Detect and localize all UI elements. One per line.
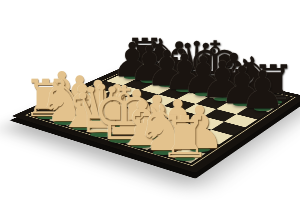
scene: ♜♞♝♛♚♝♞♜♟♟♟♟♟♟♟♟♟♟♟♟♟♟♟♟♜♞♝♛♚♝♞♜	[0, 0, 300, 200]
piece-black-pawn-h7[interactable]: ♟	[233, 64, 293, 116]
piece-white-rook-h1[interactable]: ♜	[155, 109, 215, 167]
